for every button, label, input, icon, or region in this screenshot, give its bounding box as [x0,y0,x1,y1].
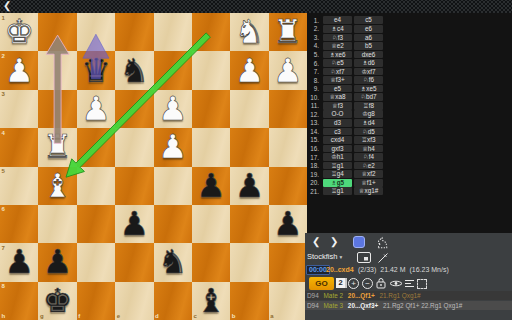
square-g3[interactable] [38,90,76,128]
move-row: 8.♕f3+♘f6 [305,76,385,85]
white-move-cell[interactable]: cxd4 [323,136,352,144]
square-b3[interactable] [230,90,268,128]
white-knight: ♞ [235,13,265,51]
square-g6[interactable] [38,205,76,243]
move-row: 18.♖g1♘e2 [305,161,385,170]
black-king: ♚ [43,282,73,320]
square-a7[interactable] [269,243,307,281]
move-number: 1. [305,17,321,24]
pv-lines-icon[interactable] [404,279,415,288]
white-pawn: ♟ [235,52,265,90]
move-number: 15. [305,136,321,143]
square-h5[interactable]: 5 [0,167,38,205]
move-row: 1.e4c5 [305,16,385,25]
nav-back-button[interactable]: ❮ [312,235,320,248]
move-row: 3.♘f3a6 [305,33,385,42]
search-speed: (16.23 Mn/s) [410,266,449,273]
white-rook: ♜ [43,128,73,166]
square-b5[interactable]: ♟ [230,167,268,205]
black-move-cell[interactable]: e6 [354,25,383,33]
square-h4[interactable]: 4 [0,128,38,166]
line-eval: Mate 3 [324,302,344,309]
square-e5[interactable] [115,167,153,205]
rank-label: 4 [2,130,5,136]
move-row: 2.♗c4e6 [305,25,385,34]
line-first-move: 20...Qf1+ [348,292,375,299]
square-b2[interactable]: ♟ [230,51,268,89]
black-move-cell[interactable]: ♔xf7 [354,68,383,76]
square-h3[interactable]: 3 [0,90,38,128]
search-current-move: 20..cxd4 [326,266,354,273]
white-move-cell[interactable]: ♖g1 [323,162,352,170]
square-b4[interactable] [230,128,268,166]
square-e1[interactable] [115,13,153,51]
black-pawn: ♟ [273,205,303,243]
square-g8[interactable]: g♚ [38,282,76,320]
panel-toolbar: ❮ ❯ [305,235,512,249]
engine-stop-button[interactable] [353,236,365,248]
move-number: 7. [305,68,321,75]
file-label: h [2,313,6,319]
square-a2[interactable]: ♟ [269,51,307,89]
move-row: 13.d3♗d4 [305,119,385,128]
engine-controls-row: GO 2 + − [305,277,512,291]
move-row: 17.♔h1♘f4 [305,153,385,162]
square-f8[interactable]: f [77,282,115,320]
file-label: b [232,313,236,319]
square-g5[interactable]: ♝ [38,167,76,205]
square-b6[interactable] [230,205,268,243]
white-move-cell[interactable]: ♘f3 [323,34,352,42]
board-preview-icon[interactable] [357,252,371,263]
black-move-cell[interactable]: ♘d5 [354,128,383,136]
move-row: 20.♗g5♕f1+ [305,178,385,187]
engine-connect-icon[interactable] [377,252,389,264]
move-row: 16.gxf3♕h4 [305,144,385,153]
white-king: ♚ [4,13,34,51]
move-number: 18. [305,162,321,169]
black-move-cell[interactable]: ♘e2 [354,162,383,170]
white-move-cell[interactable]: O-O [323,110,352,118]
ghost-board-icon[interactable] [417,279,427,289]
file-label: c [193,313,196,319]
square-g1[interactable] [38,13,76,51]
square-b8[interactable]: b [230,282,268,320]
square-g2[interactable] [38,51,76,89]
white-move-cell[interactable]: ♗g5 [323,179,352,187]
line-eval: Mate 2 [324,292,344,299]
move-row: 6.♘e5♗d6 [305,59,385,68]
move-row: 4.♕e2b5 [305,42,385,51]
top-bar: ❮ [0,0,512,13]
white-pawn: ♟ [273,52,303,90]
search-stats: (2/33) 21.42 M (16.23 Mn/s) [358,266,451,273]
square-f4[interactable] [77,128,115,166]
move-row: 10.♕xa8♘bd7 [305,93,385,102]
square-a1[interactable]: ♜ [269,13,307,51]
white-move-cell[interactable]: ♕e2 [323,42,352,50]
square-b7[interactable] [230,243,268,281]
rank-label: 1 [2,15,5,21]
white-move-cell[interactable]: gxf3 [323,145,352,153]
dotted-knight-icon[interactable] [374,235,391,250]
move-row: 21.♖g1♕xg1# [305,187,385,196]
square-d5[interactable] [154,167,192,205]
move-number: 9. [305,85,321,92]
search-nodes: 21.42 M [380,266,405,273]
square-e8[interactable]: e [115,282,153,320]
move-number: 4. [305,42,321,49]
file-label: a [270,313,273,319]
line-continuation: 21.Rg1 Qxg1# [379,292,420,299]
square-c1[interactable] [192,13,230,51]
white-move-cell[interactable]: ♕f3 [323,102,352,110]
pv-minus-icon[interactable]: − [362,278,373,289]
white-pawn: ♟ [81,90,111,128]
move-number: 3. [305,34,321,41]
rank-label: 3 [2,91,5,97]
square-c2[interactable] [192,51,230,89]
line-depth: D94 [307,292,319,299]
move-number: 2. [305,25,321,32]
move-row: 5.♗xe6dxe6 [305,50,385,59]
move-number: 14. [305,128,321,135]
black-move-cell[interactable]: ♕h4 [354,145,383,153]
black-move-cell[interactable]: a6 [354,34,383,42]
square-d2[interactable] [154,51,192,89]
square-f7[interactable] [77,243,115,281]
square-e3[interactable] [115,90,153,128]
rank-label: 7 [2,245,5,251]
square-f3[interactable]: ♟ [77,90,115,128]
file-label: f [78,313,80,319]
square-h1[interactable]: 1♚ [0,13,38,51]
search-counter: (2/33) [358,266,376,273]
black-knight: ♞ [158,243,188,281]
black-move-cell[interactable]: ♕xf2 [354,170,383,178]
file-label: e [117,313,120,319]
white-move-cell[interactable]: ♗c4 [323,25,352,33]
square-f6[interactable] [77,205,115,243]
pv-plus-icon[interactable]: + [348,278,359,289]
nav-forward-button[interactable]: ❯ [330,235,338,248]
black-move-cell[interactable]: ♕xg1# [354,187,383,195]
square-a8[interactable]: a [269,282,307,320]
square-c5[interactable]: ♟ [192,167,230,205]
square-e6[interactable]: ♟ [115,205,153,243]
file-label: g [40,313,44,319]
white-move-cell[interactable]: e5 [323,85,352,93]
engine-name: Stockfish [307,252,337,261]
black-move-cell[interactable]: ♖f8 [354,102,383,110]
move-row: 7.♘xf7♔xf7 [305,67,385,76]
move-number: 13. [305,119,321,126]
square-a5[interactable] [269,167,307,205]
white-move-cell[interactable]: ♖g4 [323,170,352,178]
square-f1[interactable] [77,13,115,51]
black-move-cell[interactable]: ♘f4 [354,153,383,161]
move-number: 10. [305,94,321,101]
black-pawn: ♟ [235,167,265,205]
move-row: 11.♕f3♖f8 [305,101,385,110]
move-number: 8. [305,77,321,84]
pv-count-spinner[interactable]: 2 [336,278,347,288]
engine-panel: ❮ ❯ Stockfish ▾ 00:00 20..cxd4 [305,233,512,320]
file-label: d [155,313,159,319]
square-h2[interactable]: 2♟ [0,51,38,89]
square-e7[interactable] [115,243,153,281]
black-move-cell[interactable]: ♗xe5 [354,85,383,93]
square-h7[interactable]: 7♟ [0,243,38,281]
black-move-cell[interactable]: ♖xf3 [354,136,383,144]
square-f2[interactable]: ♛ [77,51,115,89]
rank-label: 8 [2,283,5,289]
square-d3[interactable]: ♟ [154,90,192,128]
rank-label: 6 [2,206,5,212]
black-move-cell[interactable]: ♗d4 [354,119,383,127]
square-c4[interactable] [192,128,230,166]
engine-selector[interactable]: Stockfish ▾ [307,252,342,262]
square-c6[interactable] [192,205,230,243]
rank-label: 5 [2,168,5,174]
white-move-cell[interactable]: c3 [323,128,352,136]
square-a4[interactable] [269,128,307,166]
chess-analysis-app: ❮ 1♚♞♜2♟♛♞♟♟3♟♟4♜♟5♝♟♟6♟♟7♟♟♞8hg♚fedc♝ba… [0,0,512,320]
engine-row: Stockfish ▾ [305,252,512,264]
square-b1[interactable]: ♞ [230,13,268,51]
rank-label: 2 [2,53,5,59]
white-rook: ♜ [273,13,303,51]
square-d1[interactable] [154,13,192,51]
white-move-cell[interactable]: ♖g1 [323,187,352,195]
black-pawn: ♟ [4,243,34,281]
move-number: 11. [305,102,321,109]
engine-line-1[interactable]: D94 Mate 2 20...Qf1+ 21.Rg1 Qxg1# [305,291,512,300]
square-c8[interactable]: c♝ [192,282,230,320]
white-move-cell[interactable]: ♘e5 [323,59,352,67]
white-pawn: ♟ [4,52,34,90]
white-move-cell[interactable]: ♗xe6 [323,51,352,59]
move-number: 16. [305,145,321,152]
black-pawn: ♟ [43,243,73,281]
white-move-cell[interactable]: ♕xa8 [323,93,352,101]
back-icon[interactable]: ❮ [3,0,11,13]
black-move-cell[interactable]: ♘f6 [354,76,383,84]
chess-board: 1♚♞♜2♟♛♞♟♟3♟♟4♜♟5♝♟♟6♟♟7♟♟♞8hg♚fedc♝ba [0,13,307,320]
black-move-cell[interactable]: ♗d6 [354,59,383,67]
black-move-cell[interactable]: ♕f1+ [354,179,383,187]
move-row: 12.O-O♔g8 [305,110,385,119]
move-list: 1.e4c52.♗c4e63.♘f3a64.♕e2b55.♗xe6dxe66.♘… [305,16,385,195]
black-move-cell[interactable]: ♔g8 [354,110,383,118]
move-number: 19. [305,171,321,178]
move-row: 14.c3♘d5 [305,127,385,136]
black-pawn: ♟ [196,167,226,205]
square-a6[interactable]: ♟ [269,205,307,243]
move-row: 19.♖g4♕xf2 [305,170,385,179]
black-knight: ♞ [120,52,150,90]
engine-line-2[interactable]: D94 Mate 3 20...Qxf3+ 21.Rg2 Qf1+ 22.Rg1… [305,301,512,310]
square-e2[interactable]: ♞ [115,51,153,89]
dropdown-icon: ▾ [340,254,343,260]
square-c3[interactable] [192,90,230,128]
black-bishop: ♝ [196,282,226,320]
square-h8[interactable]: 8h [0,282,38,320]
move-number: 21. [305,188,321,195]
square-d4[interactable]: ♟ [154,128,192,166]
white-pawn: ♟ [158,128,188,166]
square-f5[interactable] [77,167,115,205]
move-row: 15.cxd4♖xf3 [305,136,385,145]
move-number: 12. [305,111,321,118]
move-number: 20. [305,179,321,186]
move-number: 5. [305,51,321,58]
line-continuation: 21.Rg2 Qf1+ 22.Rg1 Qxg1# [383,302,462,309]
square-e4[interactable] [115,128,153,166]
white-pawn: ♟ [158,90,188,128]
square-g4[interactable]: ♜ [38,128,76,166]
square-g7[interactable]: ♟ [38,243,76,281]
go-button[interactable]: GO [309,277,334,290]
square-d7[interactable]: ♞ [154,243,192,281]
eye-icon[interactable] [389,279,403,288]
white-move-cell[interactable]: e4 [323,16,352,24]
white-move-cell[interactable]: d3 [323,119,352,127]
black-pawn: ♟ [120,205,150,243]
square-c7[interactable] [192,243,230,281]
search-status-row: 00:00 20..cxd4 (2/33) 21.42 M (16.23 Mn/… [305,265,512,276]
white-move-cell[interactable]: ♕f3+ [323,76,352,84]
move-number: 17. [305,154,321,161]
move-number: 6. [305,60,321,67]
black-move-cell[interactable]: ♘bd7 [354,93,383,101]
black-move-cell[interactable]: dxe6 [354,51,383,59]
white-move-cell[interactable]: ♘xf7 [323,68,352,76]
lock-icon[interactable] [376,277,386,289]
white-move-cell[interactable]: ♔h1 [323,153,352,161]
square-d6[interactable] [154,205,192,243]
square-h6[interactable]: 6 [0,205,38,243]
black-move-cell[interactable]: c5 [354,16,383,24]
move-row: 9.e5♗xe5 [305,84,385,93]
line-depth: D94 [307,302,319,309]
black-queen: ♛ [81,52,111,90]
white-bishop: ♝ [43,167,73,205]
square-a3[interactable] [269,90,307,128]
black-move-cell[interactable]: b5 [354,42,383,50]
square-d8[interactable]: d [154,282,192,320]
line-first-move: 20...Qxf3+ [348,302,378,309]
